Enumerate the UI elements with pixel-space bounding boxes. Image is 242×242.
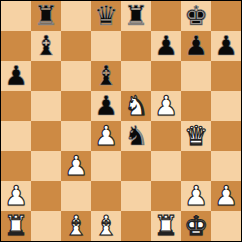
- square-b8[interactable]: ♜: [31, 1, 61, 31]
- square-g2[interactable]: ♟: [181, 181, 211, 211]
- square-e6[interactable]: [121, 61, 151, 91]
- square-e4[interactable]: ♞: [121, 121, 151, 151]
- piece-white-rook[interactable]: ♜: [4, 211, 28, 241]
- square-g7[interactable]: ♟: [181, 31, 211, 61]
- square-h8[interactable]: [211, 1, 241, 31]
- piece-white-pawn[interactable]: ♟: [64, 151, 88, 181]
- piece-black-pawn[interactable]: ♟: [4, 61, 28, 91]
- square-g1[interactable]: ♚: [181, 211, 211, 241]
- square-b1[interactable]: [31, 211, 61, 241]
- square-h6[interactable]: [211, 61, 241, 91]
- square-f3[interactable]: [151, 151, 181, 181]
- square-f7[interactable]: ♟: [151, 31, 181, 61]
- square-g8[interactable]: ♚: [181, 1, 211, 31]
- square-d7[interactable]: [91, 31, 121, 61]
- square-c1[interactable]: ♝: [61, 211, 91, 241]
- square-e5[interactable]: ♞: [121, 91, 151, 121]
- square-c5[interactable]: [61, 91, 91, 121]
- square-a5[interactable]: [1, 91, 31, 121]
- square-b2[interactable]: [31, 181, 61, 211]
- piece-white-pawn[interactable]: ♟: [184, 181, 208, 211]
- square-e3[interactable]: [121, 151, 151, 181]
- piece-black-king[interactable]: ♚: [184, 1, 208, 31]
- piece-white-knight[interactable]: ♞: [124, 91, 148, 121]
- square-h3[interactable]: [211, 151, 241, 181]
- square-e1[interactable]: [121, 211, 151, 241]
- square-f5[interactable]: ♟: [151, 91, 181, 121]
- piece-white-pawn[interactable]: ♟: [214, 181, 238, 211]
- square-g4[interactable]: ♛: [181, 121, 211, 151]
- square-f1[interactable]: ♜: [151, 211, 181, 241]
- square-b7[interactable]: ♝: [31, 31, 61, 61]
- square-h7[interactable]: ♟: [211, 31, 241, 61]
- square-d3[interactable]: [91, 151, 121, 181]
- piece-black-rook[interactable]: ♜: [124, 1, 148, 31]
- square-a2[interactable]: ♟: [1, 181, 31, 211]
- square-c6[interactable]: [61, 61, 91, 91]
- chess-board: ♜♛♜♚♝♟♟♟♟♝♟♞♟♟♞♛♟♟♟♟♜♝♝♜♚: [0, 0, 242, 242]
- piece-black-pawn[interactable]: ♟: [184, 31, 208, 61]
- piece-white-bishop[interactable]: ♝: [64, 211, 88, 241]
- square-e2[interactable]: [121, 181, 151, 211]
- square-f4[interactable]: [151, 121, 181, 151]
- square-a1[interactable]: ♜: [1, 211, 31, 241]
- piece-black-pawn[interactable]: ♟: [214, 31, 238, 61]
- square-c4[interactable]: [61, 121, 91, 151]
- square-a4[interactable]: [1, 121, 31, 151]
- square-e7[interactable]: [121, 31, 151, 61]
- piece-black-queen[interactable]: ♛: [94, 1, 118, 31]
- piece-white-queen[interactable]: ♛: [184, 121, 208, 151]
- square-b3[interactable]: [31, 151, 61, 181]
- square-c7[interactable]: [61, 31, 91, 61]
- square-g5[interactable]: [181, 91, 211, 121]
- square-b6[interactable]: [31, 61, 61, 91]
- piece-white-king[interactable]: ♚: [184, 211, 208, 241]
- square-f8[interactable]: [151, 1, 181, 31]
- square-g3[interactable]: [181, 151, 211, 181]
- piece-white-bishop[interactable]: ♝: [94, 211, 118, 241]
- square-f2[interactable]: [151, 181, 181, 211]
- square-d8[interactable]: ♛: [91, 1, 121, 31]
- square-g6[interactable]: [181, 61, 211, 91]
- square-c2[interactable]: [61, 181, 91, 211]
- piece-white-pawn[interactable]: ♟: [154, 91, 178, 121]
- square-b4[interactable]: [31, 121, 61, 151]
- square-h5[interactable]: [211, 91, 241, 121]
- square-a8[interactable]: [1, 1, 31, 31]
- piece-black-rook[interactable]: ♜: [34, 1, 58, 31]
- piece-black-knight[interactable]: ♞: [124, 121, 148, 151]
- square-d1[interactable]: ♝: [91, 211, 121, 241]
- piece-white-pawn[interactable]: ♟: [4, 181, 28, 211]
- piece-black-bishop[interactable]: ♝: [94, 61, 118, 91]
- square-a7[interactable]: [1, 31, 31, 61]
- piece-black-pawn[interactable]: ♟: [94, 91, 118, 121]
- square-d2[interactable]: [91, 181, 121, 211]
- square-f6[interactable]: [151, 61, 181, 91]
- square-a3[interactable]: [1, 151, 31, 181]
- square-d6[interactable]: ♝: [91, 61, 121, 91]
- square-h1[interactable]: [211, 211, 241, 241]
- piece-black-bishop[interactable]: ♝: [34, 31, 58, 61]
- square-e8[interactable]: ♜: [121, 1, 151, 31]
- piece-black-pawn[interactable]: ♟: [154, 31, 178, 61]
- square-c8[interactable]: [61, 1, 91, 31]
- square-d5[interactable]: ♟: [91, 91, 121, 121]
- square-d4[interactable]: ♟: [91, 121, 121, 151]
- square-h2[interactable]: ♟: [211, 181, 241, 211]
- square-h4[interactable]: [211, 121, 241, 151]
- square-c3[interactable]: ♟: [61, 151, 91, 181]
- square-b5[interactable]: [31, 91, 61, 121]
- piece-white-pawn[interactable]: ♟: [94, 121, 118, 151]
- piece-white-rook[interactable]: ♜: [154, 211, 178, 241]
- square-a6[interactable]: ♟: [1, 61, 31, 91]
